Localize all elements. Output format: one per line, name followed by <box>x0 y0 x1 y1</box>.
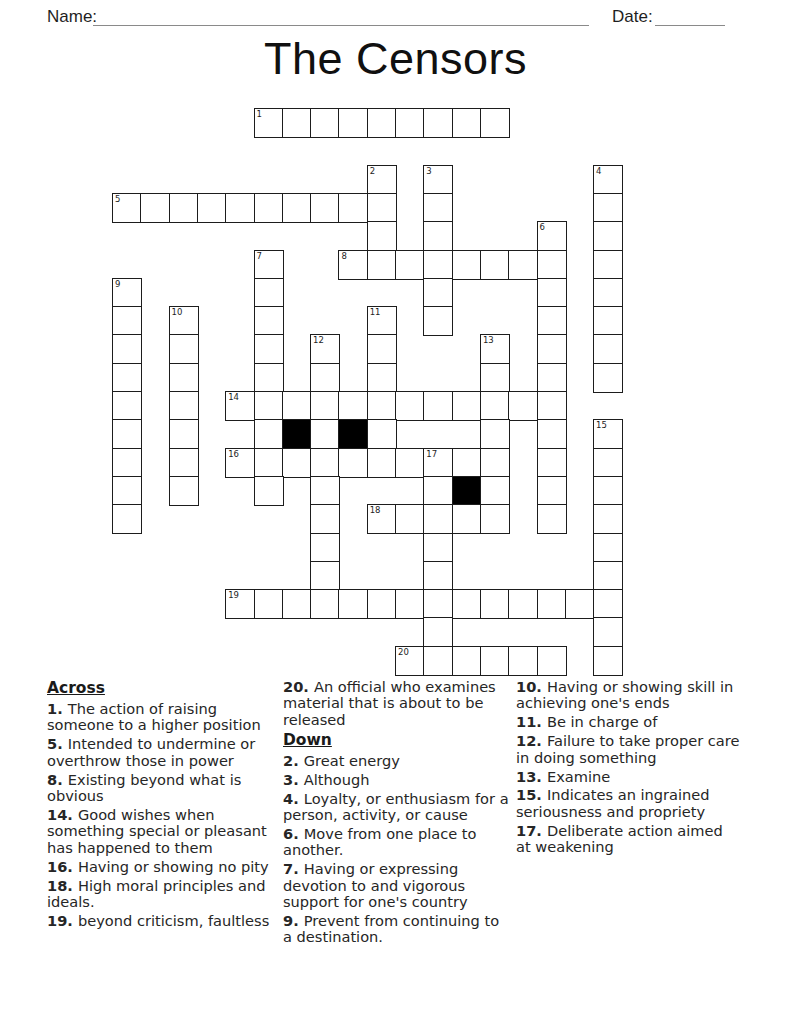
cell-r17c7[interactable] <box>310 589 340 619</box>
clue-down-6: 6. Move from one place to another. <box>283 826 509 859</box>
cell-r12c5[interactable] <box>254 448 284 478</box>
clue-down-13: 13. Examine <box>516 769 742 785</box>
cell-r7c11[interactable] <box>423 306 453 336</box>
cell-r2c11[interactable]: 3 <box>423 165 453 195</box>
cell-r3c4[interactable] <box>225 193 255 223</box>
cell-r8c9[interactable] <box>367 334 397 364</box>
black-cell-r13c12 <box>452 476 482 506</box>
clue-down-3: 3. Although <box>283 772 509 788</box>
cell-r13c15[interactable] <box>537 476 567 506</box>
cell-r11c2[interactable] <box>169 419 199 449</box>
cell-r19c12[interactable] <box>452 646 482 676</box>
cell-r2c9[interactable]: 2 <box>367 165 397 195</box>
clue-across-18: 18. High moral principles and ideals. <box>47 878 273 911</box>
cell-r9c17[interactable] <box>593 363 623 393</box>
cell-r11c7[interactable] <box>310 419 340 449</box>
clue-down-4: 4. Loyalty, or enthusiasm for a person, … <box>283 791 509 824</box>
cell-r0c8[interactable] <box>338 108 368 138</box>
cell-r14c9[interactable]: 18 <box>367 504 397 534</box>
cell-r17c9[interactable] <box>367 589 397 619</box>
cell-r4c15[interactable]: 6 <box>537 221 567 251</box>
cell-r14c7[interactable] <box>310 504 340 534</box>
cell-r12c0[interactable] <box>112 448 142 478</box>
across-header: Across <box>47 679 273 697</box>
cell-r6c11[interactable] <box>423 278 453 308</box>
cell-r9c15[interactable] <box>537 363 567 393</box>
cell-r13c2[interactable] <box>169 476 199 506</box>
cell-number-14: 14 <box>228 392 239 402</box>
cell-r7c2[interactable]: 10 <box>169 306 199 336</box>
cell-r7c5[interactable] <box>254 306 284 336</box>
cell-r8c13[interactable]: 13 <box>480 334 510 364</box>
cell-r10c6[interactable] <box>282 391 312 421</box>
clue-down-10: 10. Having or showing skill in achieving… <box>516 679 742 712</box>
cell-r8c15[interactable] <box>537 334 567 364</box>
cell-r3c3[interactable] <box>197 193 227 223</box>
cell-r10c2[interactable] <box>169 391 199 421</box>
cell-r10c11[interactable] <box>423 391 453 421</box>
cell-r5c15[interactable] <box>537 250 567 280</box>
cell-number-15: 15 <box>596 420 607 430</box>
cell-r17c13[interactable] <box>480 589 510 619</box>
black-cell-r11c6 <box>282 419 312 449</box>
cell-r9c5[interactable] <box>254 363 284 393</box>
clue-down-2: 2. Great energy <box>283 753 509 769</box>
cell-number-17: 17 <box>426 449 437 459</box>
cell-r13c0[interactable] <box>112 476 142 506</box>
cell-r10c14[interactable] <box>508 391 538 421</box>
cell-r17c5[interactable] <box>254 589 284 619</box>
cell-r8c2[interactable] <box>169 334 199 364</box>
cell-r17c16[interactable] <box>565 589 595 619</box>
cell-number-18: 18 <box>370 505 381 515</box>
cell-r3c8[interactable] <box>338 193 368 223</box>
cell-r11c13[interactable] <box>480 419 510 449</box>
clue-across-14: 14. Good wishes when something special o… <box>47 807 273 856</box>
down-header: Down <box>283 731 509 749</box>
cell-number-7: 7 <box>257 251 262 261</box>
cell-r7c9[interactable]: 11 <box>367 306 397 336</box>
cell-r5c14[interactable] <box>508 250 538 280</box>
cell-r11c0[interactable] <box>112 419 142 449</box>
cell-r3c7[interactable] <box>310 193 340 223</box>
cell-r17c10[interactable] <box>395 589 425 619</box>
cell-r12c12[interactable] <box>452 448 482 478</box>
black-cell-r11c8 <box>338 419 368 449</box>
cell-r12c4[interactable]: 16 <box>225 448 255 478</box>
puzzle-title: The Censors <box>0 33 791 85</box>
cell-r12c2[interactable] <box>169 448 199 478</box>
cell-r9c0[interactable] <box>112 363 142 393</box>
cell-r8c5[interactable] <box>254 334 284 364</box>
cell-r0c9[interactable] <box>367 108 397 138</box>
cell-r19c13[interactable] <box>480 646 510 676</box>
clue-across-20: 20. An official who examines material th… <box>283 679 509 728</box>
cell-r10c15[interactable] <box>537 391 567 421</box>
clue-column-3: 10. Having or showing skill in achieving… <box>516 679 742 858</box>
cell-r5c5[interactable]: 7 <box>254 250 284 280</box>
cell-number-4: 4 <box>596 166 601 176</box>
cell-r19c17[interactable] <box>593 646 623 676</box>
cell-r12c10[interactable] <box>395 448 425 478</box>
cell-r5c8[interactable]: 8 <box>338 250 368 280</box>
cell-r0c6[interactable] <box>282 108 312 138</box>
cell-r14c13[interactable] <box>480 504 510 534</box>
cell-r11c9[interactable] <box>367 419 397 449</box>
cell-r5c9[interactable] <box>367 250 397 280</box>
cell-r6c0[interactable]: 9 <box>112 278 142 308</box>
cell-r10c12[interactable] <box>452 391 482 421</box>
cell-r4c17[interactable] <box>593 221 623 251</box>
cell-r14c0[interactable] <box>112 504 142 534</box>
cell-r17c17[interactable] <box>593 589 623 619</box>
cell-r10c13[interactable] <box>480 391 510 421</box>
cell-r6c17[interactable] <box>593 278 623 308</box>
cell-number-11: 11 <box>370 307 381 317</box>
cell-r17c14[interactable] <box>508 589 538 619</box>
cell-number-16: 16 <box>228 449 239 459</box>
cell-r0c11[interactable] <box>423 108 453 138</box>
cell-r18c11[interactable] <box>423 617 453 647</box>
cell-r12c6[interactable] <box>282 448 312 478</box>
cell-number-3: 3 <box>426 166 431 176</box>
cell-r19c14[interactable] <box>508 646 538 676</box>
clue-down-12: 12. Failure to take proper care in doing… <box>516 733 742 766</box>
cell-r12c11[interactable]: 17 <box>423 448 453 478</box>
cell-r8c7[interactable]: 12 <box>310 334 340 364</box>
cell-r12c17[interactable] <box>593 448 623 478</box>
cell-r14c17[interactable] <box>593 504 623 534</box>
cell-number-19: 19 <box>228 590 239 600</box>
cell-r11c5[interactable] <box>254 419 284 449</box>
cell-r0c10[interactable] <box>395 108 425 138</box>
cell-r4c9[interactable] <box>367 221 397 251</box>
cell-r9c13[interactable] <box>480 363 510 393</box>
cell-r12c15[interactable] <box>537 448 567 478</box>
cell-r10c0[interactable] <box>112 391 142 421</box>
cell-r3c0[interactable]: 5 <box>112 193 142 223</box>
cell-r3c6[interactable] <box>282 193 312 223</box>
cell-r9c7[interactable] <box>310 363 340 393</box>
cell-number-9: 9 <box>115 279 120 289</box>
cell-number-2: 2 <box>370 166 375 176</box>
cell-r8c17[interactable] <box>593 334 623 364</box>
cell-r10c4[interactable]: 14 <box>225 391 255 421</box>
cell-r14c10[interactable] <box>395 504 425 534</box>
clue-across-1: 1. The action of raising someone to a hi… <box>47 701 273 734</box>
cell-r16c17[interactable] <box>593 561 623 591</box>
name-input-line[interactable] <box>93 7 589 26</box>
clue-across-5: 5. Intended to undermine or overthrow th… <box>47 736 273 769</box>
date-label: Date: <box>612 7 653 27</box>
cell-r14c12[interactable] <box>452 504 482 534</box>
cell-r0c7[interactable] <box>310 108 340 138</box>
cell-r5c12[interactable] <box>452 250 482 280</box>
clue-down-15: 15. Indicates an ingrained seriousness a… <box>516 787 742 820</box>
cell-r6c15[interactable] <box>537 278 567 308</box>
cell-r10c8[interactable] <box>338 391 368 421</box>
clue-down-17: 17. Deliberate action aimed at weakening <box>516 823 742 856</box>
cell-number-5: 5 <box>115 194 120 204</box>
cell-r12c7[interactable] <box>310 448 340 478</box>
cell-r10c7[interactable] <box>310 391 340 421</box>
cell-r13c7[interactable] <box>310 476 340 506</box>
cell-r3c5[interactable] <box>254 193 284 223</box>
cell-r17c11[interactable] <box>423 589 453 619</box>
cell-r9c2[interactable] <box>169 363 199 393</box>
cell-r18c17[interactable] <box>593 617 623 647</box>
cell-r10c9[interactable] <box>367 391 397 421</box>
cell-r3c1[interactable] <box>140 193 170 223</box>
cell-number-12: 12 <box>313 335 324 345</box>
cell-r17c6[interactable] <box>282 589 312 619</box>
cell-r7c17[interactable] <box>593 306 623 336</box>
cell-r6c5[interactable] <box>254 278 284 308</box>
cell-number-13: 13 <box>483 335 494 345</box>
cell-r11c17[interactable]: 15 <box>593 419 623 449</box>
cell-r7c0[interactable] <box>112 306 142 336</box>
cell-r12c9[interactable] <box>367 448 397 478</box>
clue-across-16: 16. Having or showing no pity <box>47 859 273 875</box>
cell-r10c10[interactable] <box>395 391 425 421</box>
cell-r0c12[interactable] <box>452 108 482 138</box>
cell-r12c8[interactable] <box>338 448 368 478</box>
cell-number-1: 1 <box>257 109 262 119</box>
cell-r19c10[interactable]: 20 <box>395 646 425 676</box>
clue-down-9: 9. Prevent from continuing to a destinat… <box>283 913 509 946</box>
cell-r3c17[interactable] <box>593 193 623 223</box>
cell-r5c10[interactable] <box>395 250 425 280</box>
cell-r17c12[interactable] <box>452 589 482 619</box>
clue-across-19: 19. beyond criticism, faultless <box>47 913 273 929</box>
cell-r15c7[interactable] <box>310 533 340 563</box>
cell-number-8: 8 <box>341 251 346 261</box>
clue-across-8: 8. Existing beyond what is obvious <box>47 772 273 805</box>
cell-r9c9[interactable] <box>367 363 397 393</box>
cell-number-10: 10 <box>172 307 183 317</box>
cell-r13c5[interactable] <box>254 476 284 506</box>
cell-r14c11[interactable] <box>423 504 453 534</box>
clue-down-11: 11. Be in charge of <box>516 714 742 730</box>
name-label: Name: <box>47 7 97 27</box>
cell-r4c11[interactable] <box>423 221 453 251</box>
cell-r5c11[interactable] <box>423 250 453 280</box>
cell-r13c17[interactable] <box>593 476 623 506</box>
clue-column-1: Across1. The action of raising someone t… <box>47 679 273 932</box>
cell-r16c7[interactable] <box>310 561 340 591</box>
cell-r0c13[interactable] <box>480 108 510 138</box>
cell-r19c15[interactable] <box>537 646 567 676</box>
cell-r5c13[interactable] <box>480 250 510 280</box>
cell-r13c11[interactable] <box>423 476 453 506</box>
cell-r16c11[interactable] <box>423 561 453 591</box>
clue-down-7: 7. Having or expressing devotion to and … <box>283 861 509 910</box>
cell-r10c5[interactable] <box>254 391 284 421</box>
cell-r15c11[interactable] <box>423 533 453 563</box>
cell-r14c15[interactable] <box>537 504 567 534</box>
cell-r2c17[interactable]: 4 <box>593 165 623 195</box>
crossword-worksheet: { "header": { "name_label": "Name:", "da… <box>0 0 791 1024</box>
cell-r11c15[interactable] <box>537 419 567 449</box>
cell-r8c0[interactable] <box>112 334 142 364</box>
date-input-line[interactable] <box>655 7 725 26</box>
cell-r5c17[interactable] <box>593 250 623 280</box>
cell-r17c8[interactable] <box>338 589 368 619</box>
cell-r3c2[interactable] <box>169 193 199 223</box>
cell-r15c17[interactable] <box>593 533 623 563</box>
cell-r7c15[interactable] <box>537 306 567 336</box>
cell-r3c11[interactable] <box>423 193 453 223</box>
cell-number-20: 20 <box>398 647 409 657</box>
cell-r3c9[interactable] <box>367 193 397 223</box>
cell-number-6: 6 <box>540 222 545 232</box>
cell-r19c11[interactable] <box>423 646 453 676</box>
cell-r0c5[interactable]: 1 <box>254 108 284 138</box>
cell-r13c13[interactable] <box>480 476 510 506</box>
clue-column-2: 20. An official who examines material th… <box>283 679 509 948</box>
cell-r17c4[interactable]: 19 <box>225 589 255 619</box>
cell-r17c15[interactable] <box>537 589 567 619</box>
cell-r12c13[interactable] <box>480 448 510 478</box>
crossword-grid: 1234567891011121314151617181920 <box>112 108 624 676</box>
